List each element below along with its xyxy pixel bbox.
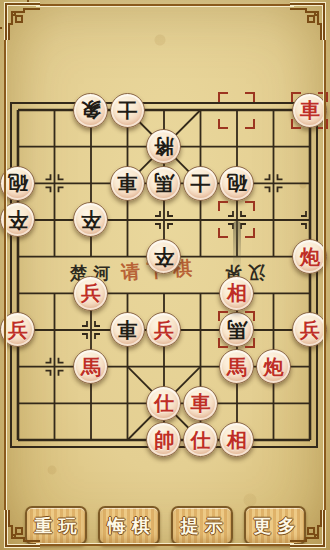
- black-chariot[interactable]: 車: [110, 166, 145, 201]
- piece-character: 帥: [154, 430, 174, 450]
- red-general[interactable]: 帥: [146, 422, 181, 457]
- red-soldier[interactable]: 兵: [73, 276, 108, 311]
- red-elephant[interactable]: 相: [219, 422, 254, 457]
- red-advisor[interactable]: 仕: [183, 422, 218, 457]
- piece-character: 卒: [154, 247, 174, 267]
- frame-ornament-bottom-right: [290, 510, 330, 550]
- piece-character: 士: [117, 100, 137, 120]
- frame-ornament-bottom-left: [0, 510, 40, 550]
- piece-character: 相: [227, 283, 247, 303]
- frame-ornament-top-left: [0, 0, 40, 40]
- piece-character: 兵: [81, 283, 101, 303]
- piece-character: 馬: [81, 357, 101, 377]
- piece-character: 仕: [190, 430, 210, 450]
- piece-character: 車: [117, 173, 137, 193]
- last-move-marker-empty: [218, 201, 255, 238]
- hint-button[interactable]: 提示: [171, 506, 233, 545]
- red-elephant[interactable]: 相: [219, 276, 254, 311]
- black-horse[interactable]: 馬: [219, 312, 254, 347]
- piece-character: 卒: [81, 210, 101, 230]
- piece-character: 仕: [154, 393, 174, 413]
- red-soldier[interactable]: 兵: [146, 312, 181, 347]
- xiangqi-board[interactable]: 象士將砲車馬士砲卒卒卒車馬車炮兵相兵兵兵馬馬炮仕車帥仕相: [0, 92, 328, 459]
- frame-edge-right: [324, 36, 326, 514]
- black-elephant[interactable]: 象: [73, 93, 108, 128]
- red-horse[interactable]: 馬: [73, 349, 108, 384]
- frame-edge-bottom-highlight: [36, 543, 294, 544]
- last-move-marker-empty: [218, 92, 255, 129]
- red-horse[interactable]: 馬: [219, 349, 254, 384]
- piece-character: 卒: [8, 210, 28, 230]
- frame-edge-top-highlight: [36, 6, 294, 7]
- piece-character: 車: [300, 100, 320, 120]
- black-cannon[interactable]: 砲: [219, 166, 254, 201]
- piece-character: 車: [117, 320, 137, 340]
- piece-character: 馬: [227, 357, 247, 377]
- piece-character: 砲: [227, 173, 247, 193]
- toolbar: 重玩 悔棋 提示 更多: [0, 506, 330, 545]
- black-advisor[interactable]: 士: [110, 93, 145, 128]
- black-advisor[interactable]: 士: [183, 166, 218, 201]
- red-cannon[interactable]: 炮: [256, 349, 291, 384]
- frame-edge-left-highlight: [6, 36, 7, 514]
- piece-character: 砲: [8, 173, 28, 193]
- frame-ornament-top-right: [290, 0, 330, 40]
- undo-button[interactable]: 悔棋: [98, 506, 160, 545]
- piece-character: 兵: [8, 320, 28, 340]
- piece-character: 車: [190, 393, 210, 413]
- black-horse[interactable]: 馬: [146, 166, 181, 201]
- piece-character: 炮: [263, 357, 283, 377]
- black-soldier[interactable]: 卒: [73, 202, 108, 237]
- frame-edge-right-highlight: [323, 36, 324, 514]
- piece-character: 兵: [154, 320, 174, 340]
- piece-character: 兵: [300, 320, 320, 340]
- frame-edge-bottom: [36, 544, 294, 546]
- red-advisor[interactable]: 仕: [146, 386, 181, 421]
- black-soldier[interactable]: 卒: [146, 239, 181, 274]
- xiangqi-app-screen: 楚河 汉界 请下棋 象士將砲車馬士砲卒卒卒車馬車炮兵相兵兵兵馬馬炮仕車帥仕相 重…: [0, 0, 330, 550]
- red-chariot[interactable]: 車: [183, 386, 218, 421]
- piece-character: 士: [190, 173, 210, 193]
- piece-character: 馬: [227, 320, 247, 340]
- piece-character: 相: [227, 430, 247, 450]
- piece-character: 將: [154, 137, 174, 157]
- black-chariot[interactable]: 車: [110, 312, 145, 347]
- piece-character: 象: [81, 100, 101, 120]
- piece-character: 炮: [300, 247, 320, 267]
- piece-character: 馬: [154, 173, 174, 193]
- black-general[interactable]: 將: [146, 129, 181, 164]
